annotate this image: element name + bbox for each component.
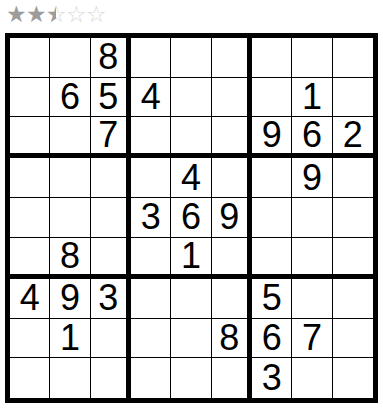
cell-r4c1[interactable]: [10, 158, 50, 198]
cell-r4c8[interactable]: 9: [292, 158, 332, 198]
cell-r2c1[interactable]: [10, 78, 50, 118]
star-icon-half-fill: ★: [46, 1, 66, 27]
cell-r2c9[interactable]: [333, 78, 373, 118]
cell-r7c4[interactable]: [131, 279, 171, 319]
cell-r9c2[interactable]: [50, 358, 90, 398]
cell-r5c4[interactable]: 3: [131, 198, 171, 238]
cell-r7c3[interactable]: 3: [91, 279, 131, 319]
cell-r7c9[interactable]: [333, 279, 373, 319]
cell-r6c9[interactable]: [333, 238, 373, 279]
cell-r7c8[interactable]: [292, 279, 332, 319]
cell-r8c4[interactable]: [131, 319, 171, 359]
cell-r8c7[interactable]: 6: [252, 319, 292, 359]
cell-r9c4[interactable]: [131, 358, 171, 398]
star-icon-filled[interactable]: ★: [6, 1, 26, 27]
cell-r1c3[interactable]: 8: [91, 38, 131, 78]
cell-r4c9[interactable]: [333, 158, 373, 198]
cell-r2c5[interactable]: [171, 78, 211, 118]
star-icon-half[interactable]: ☆★: [46, 1, 66, 27]
cell-r5c7[interactable]: [252, 198, 292, 238]
cell-r1c5[interactable]: [171, 38, 211, 78]
cell-r5c6[interactable]: 9: [212, 198, 252, 238]
cell-r4c2[interactable]: [50, 158, 90, 198]
cell-r4c4[interactable]: [131, 158, 171, 198]
cell-r3c8[interactable]: 6: [292, 117, 332, 158]
sudoku-page: ★★☆★☆☆ 8654179624936981493518673: [0, 0, 383, 408]
cell-r9c1[interactable]: [10, 358, 50, 398]
cell-r7c1[interactable]: 4: [10, 279, 50, 319]
cell-r5c2[interactable]: [50, 198, 90, 238]
cell-r9c5[interactable]: [171, 358, 211, 398]
cell-r6c2[interactable]: 8: [50, 238, 90, 279]
cell-r1c4[interactable]: [131, 38, 171, 78]
cell-r1c2[interactable]: [50, 38, 90, 78]
cell-r2c2[interactable]: 6: [50, 78, 90, 118]
cell-r3c5[interactable]: [171, 117, 211, 158]
cell-r8c5[interactable]: [171, 319, 211, 359]
cell-r1c9[interactable]: [333, 38, 373, 78]
cell-r1c7[interactable]: [252, 38, 292, 78]
cell-r2c6[interactable]: [212, 78, 252, 118]
cell-r2c4[interactable]: 4: [131, 78, 171, 118]
cell-r5c9[interactable]: [333, 198, 373, 238]
cell-r7c7[interactable]: 5: [252, 279, 292, 319]
cell-r7c6[interactable]: [212, 279, 252, 319]
star-icon-empty[interactable]: ☆: [86, 1, 106, 27]
cell-r4c7[interactable]: [252, 158, 292, 198]
difficulty-rating: ★★☆★☆☆: [6, 1, 106, 27]
cell-r5c1[interactable]: [10, 198, 50, 238]
cell-r8c2[interactable]: 1: [50, 319, 90, 359]
cell-r2c7[interactable]: [252, 78, 292, 118]
cell-r4c5[interactable]: 4: [171, 158, 211, 198]
cell-r1c6[interactable]: [212, 38, 252, 78]
cell-r7c2[interactable]: 9: [50, 279, 90, 319]
cell-r5c3[interactable]: [91, 198, 131, 238]
cell-r3c3[interactable]: 7: [91, 117, 131, 158]
cell-r2c8[interactable]: 1: [292, 78, 332, 118]
cell-r3c1[interactable]: [10, 117, 50, 158]
cell-r6c3[interactable]: [91, 238, 131, 279]
cell-r1c1[interactable]: [10, 38, 50, 78]
cell-r8c1[interactable]: [10, 319, 50, 359]
cell-r2c3[interactable]: 5: [91, 78, 131, 118]
cell-r9c9[interactable]: [333, 358, 373, 398]
cell-r5c5[interactable]: 6: [171, 198, 211, 238]
cell-r8c9[interactable]: [333, 319, 373, 359]
cell-r6c7[interactable]: [252, 238, 292, 279]
cell-r6c5[interactable]: 1: [171, 238, 211, 279]
cell-r3c7[interactable]: 9: [252, 117, 292, 158]
cell-r9c3[interactable]: [91, 358, 131, 398]
cell-r4c3[interactable]: [91, 158, 131, 198]
cell-r3c4[interactable]: [131, 117, 171, 158]
cell-r6c8[interactable]: [292, 238, 332, 279]
cell-r8c3[interactable]: [91, 319, 131, 359]
cell-r8c8[interactable]: 7: [292, 319, 332, 359]
cell-r6c4[interactable]: [131, 238, 171, 279]
star-icon-empty[interactable]: ☆: [66, 1, 86, 27]
star-icon-filled[interactable]: ★: [26, 1, 46, 27]
cell-r9c6[interactable]: [212, 358, 252, 398]
cell-r3c2[interactable]: [50, 117, 90, 158]
sudoku-board: 8654179624936981493518673: [5, 33, 378, 403]
cell-r5c8[interactable]: [292, 198, 332, 238]
cell-r3c9[interactable]: 2: [333, 117, 373, 158]
cell-r8c6[interactable]: 8: [212, 319, 252, 359]
cell-r6c1[interactable]: [10, 238, 50, 279]
cell-r1c8[interactable]: [292, 38, 332, 78]
cell-r9c8[interactable]: [292, 358, 332, 398]
cell-r3c6[interactable]: [212, 117, 252, 158]
cell-r4c6[interactable]: [212, 158, 252, 198]
cell-r6c6[interactable]: [212, 238, 252, 279]
cell-r7c5[interactable]: [171, 279, 211, 319]
cell-r9c7[interactable]: 3: [252, 358, 292, 398]
